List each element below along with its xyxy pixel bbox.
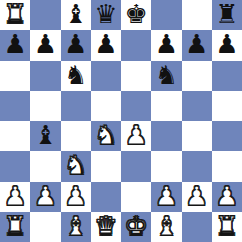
black-rook-piece: ♜ — [215, 1, 238, 27]
square-f2[interactable]: ♟ — [151, 182, 181, 212]
black-king-piece: ♚ — [124, 1, 147, 27]
square-c3[interactable]: ♞ — [61, 151, 91, 181]
black-pawn-piece: ♟ — [185, 31, 208, 57]
square-g8[interactable] — [182, 0, 212, 30]
square-c5[interactable] — [61, 91, 91, 121]
square-f6[interactable]: ♞ — [151, 61, 181, 91]
square-c8[interactable]: ♝ — [61, 0, 91, 30]
white-rook-piece: ♜ — [215, 213, 238, 239]
square-d5[interactable] — [91, 91, 121, 121]
square-b8[interactable] — [30, 0, 60, 30]
white-knight-piece: ♞ — [64, 152, 87, 178]
square-d4[interactable]: ♞ — [91, 121, 121, 151]
black-bishop-piece: ♝ — [64, 1, 87, 27]
square-d6[interactable] — [91, 61, 121, 91]
black-knight-piece: ♞ — [155, 62, 178, 88]
white-bishop-piece: ♝ — [155, 213, 178, 239]
square-f5[interactable] — [151, 91, 181, 121]
white-pawn-piece: ♟ — [155, 183, 178, 209]
square-b3[interactable] — [30, 151, 60, 181]
square-c7[interactable]: ♟ — [61, 30, 91, 60]
white-pawn-piece: ♟ — [185, 183, 208, 209]
white-pawn-piece: ♟ — [34, 183, 57, 209]
square-a1[interactable]: ♜ — [0, 212, 30, 242]
square-a3[interactable] — [0, 151, 30, 181]
black-pawn-piece: ♟ — [94, 31, 117, 57]
square-h6[interactable] — [212, 61, 242, 91]
square-c2[interactable]: ♟ — [61, 182, 91, 212]
square-b1[interactable] — [30, 212, 60, 242]
square-c1[interactable]: ♝ — [61, 212, 91, 242]
square-e2[interactable] — [121, 182, 151, 212]
square-e8[interactable]: ♚ — [121, 0, 151, 30]
white-bishop-piece: ♝ — [64, 213, 87, 239]
black-pawn-piece: ♟ — [64, 31, 87, 57]
square-h2[interactable]: ♟ — [212, 182, 242, 212]
square-d7[interactable]: ♟ — [91, 30, 121, 60]
white-knight-piece: ♞ — [94, 122, 117, 148]
square-f1[interactable]: ♝ — [151, 212, 181, 242]
square-f8[interactable] — [151, 0, 181, 30]
white-pawn-piece: ♟ — [215, 183, 238, 209]
black-knight-piece: ♞ — [64, 62, 87, 88]
square-d3[interactable] — [91, 151, 121, 181]
square-b7[interactable]: ♟ — [30, 30, 60, 60]
square-c6[interactable]: ♞ — [61, 61, 91, 91]
square-g2[interactable]: ♟ — [182, 182, 212, 212]
black-pawn-piece: ♟ — [215, 31, 238, 57]
black-pawn-piece: ♟ — [155, 31, 178, 57]
square-f3[interactable] — [151, 151, 181, 181]
square-e1[interactable]: ♚ — [121, 212, 151, 242]
square-a7[interactable]: ♟ — [0, 30, 30, 60]
black-pawn-piece: ♟ — [3, 31, 26, 57]
square-a6[interactable] — [0, 61, 30, 91]
square-f4[interactable] — [151, 121, 181, 151]
white-queen-piece: ♛ — [94, 213, 117, 239]
square-b6[interactable] — [30, 61, 60, 91]
square-d8[interactable]: ♛ — [91, 0, 121, 30]
square-a2[interactable]: ♟ — [0, 182, 30, 212]
square-g3[interactable] — [182, 151, 212, 181]
square-e5[interactable] — [121, 91, 151, 121]
square-h5[interactable] — [212, 91, 242, 121]
white-rook-piece: ♜ — [3, 1, 26, 27]
square-h4[interactable] — [212, 121, 242, 151]
square-a4[interactable] — [0, 121, 30, 151]
square-e4[interactable]: ♟ — [121, 121, 151, 151]
square-d2[interactable] — [91, 182, 121, 212]
square-g5[interactable] — [182, 91, 212, 121]
square-e7[interactable] — [121, 30, 151, 60]
white-king-piece: ♚ — [124, 213, 147, 239]
square-a8[interactable]: ♜ — [0, 0, 30, 30]
square-g7[interactable]: ♟ — [182, 30, 212, 60]
square-g1[interactable] — [182, 212, 212, 242]
square-h7[interactable]: ♟ — [212, 30, 242, 60]
square-h3[interactable] — [212, 151, 242, 181]
square-b4[interactable]: ♝ — [30, 121, 60, 151]
white-rook-piece: ♜ — [3, 213, 26, 239]
square-h1[interactable]: ♜ — [212, 212, 242, 242]
square-b2[interactable]: ♟ — [30, 182, 60, 212]
square-f7[interactable]: ♟ — [151, 30, 181, 60]
black-pawn-piece: ♟ — [34, 31, 57, 57]
chess-board: ♜♝♛♚♜♟♟♟♟♟♟♟♞♞♝♞♟♞♟♟♟♟♟♟♜♝♛♚♝♜ — [0, 0, 242, 242]
square-d1[interactable]: ♛ — [91, 212, 121, 242]
square-c4[interactable] — [61, 121, 91, 151]
square-g4[interactable] — [182, 121, 212, 151]
black-bishop-piece: ♝ — [34, 122, 57, 148]
white-pawn-piece: ♟ — [64, 183, 87, 209]
square-b5[interactable] — [30, 91, 60, 121]
square-e3[interactable] — [121, 151, 151, 181]
square-g6[interactable] — [182, 61, 212, 91]
black-queen-piece: ♛ — [94, 1, 117, 27]
white-pawn-piece: ♟ — [3, 183, 26, 209]
white-pawn-piece: ♟ — [124, 122, 147, 148]
square-a5[interactable] — [0, 91, 30, 121]
square-e6[interactable] — [121, 61, 151, 91]
square-h8[interactable]: ♜ — [212, 0, 242, 30]
